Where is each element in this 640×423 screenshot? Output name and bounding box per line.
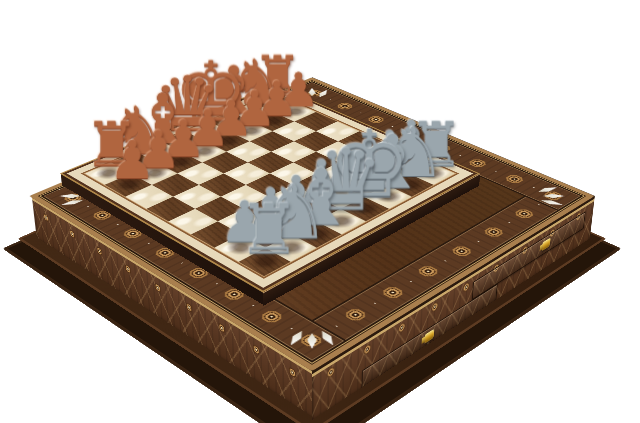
mop-petal bbox=[536, 186, 559, 194]
mop-petal bbox=[318, 330, 338, 347]
brass-knob-upper[interactable] bbox=[542, 238, 551, 252]
mop-petal bbox=[316, 89, 330, 98]
chess-set-photo: ♜♞♝♛♚♝♞♜♟♟♟♟♟♟♟♟♟♟♟♟♟♟♟♟♜♞♝♛♚♝♞♜ bbox=[0, 0, 640, 423]
mop-petal bbox=[60, 198, 84, 206]
mop-petal bbox=[309, 88, 316, 96]
copper-pawn[interactable]: ♟ bbox=[81, 134, 182, 186]
mother-of-pearl-inlay bbox=[293, 87, 331, 103]
mop-petal bbox=[307, 333, 317, 349]
mother-of-pearl-inlay bbox=[522, 185, 573, 207]
mop-petal bbox=[287, 330, 307, 347]
mop-petal bbox=[59, 194, 82, 198]
mop-petal bbox=[294, 89, 308, 98]
mother-of-pearl-inlay bbox=[285, 321, 338, 352]
mop-petal bbox=[540, 198, 564, 206]
silver-rook[interactable]: ♜ bbox=[213, 195, 325, 264]
mop-petal bbox=[542, 194, 565, 198]
